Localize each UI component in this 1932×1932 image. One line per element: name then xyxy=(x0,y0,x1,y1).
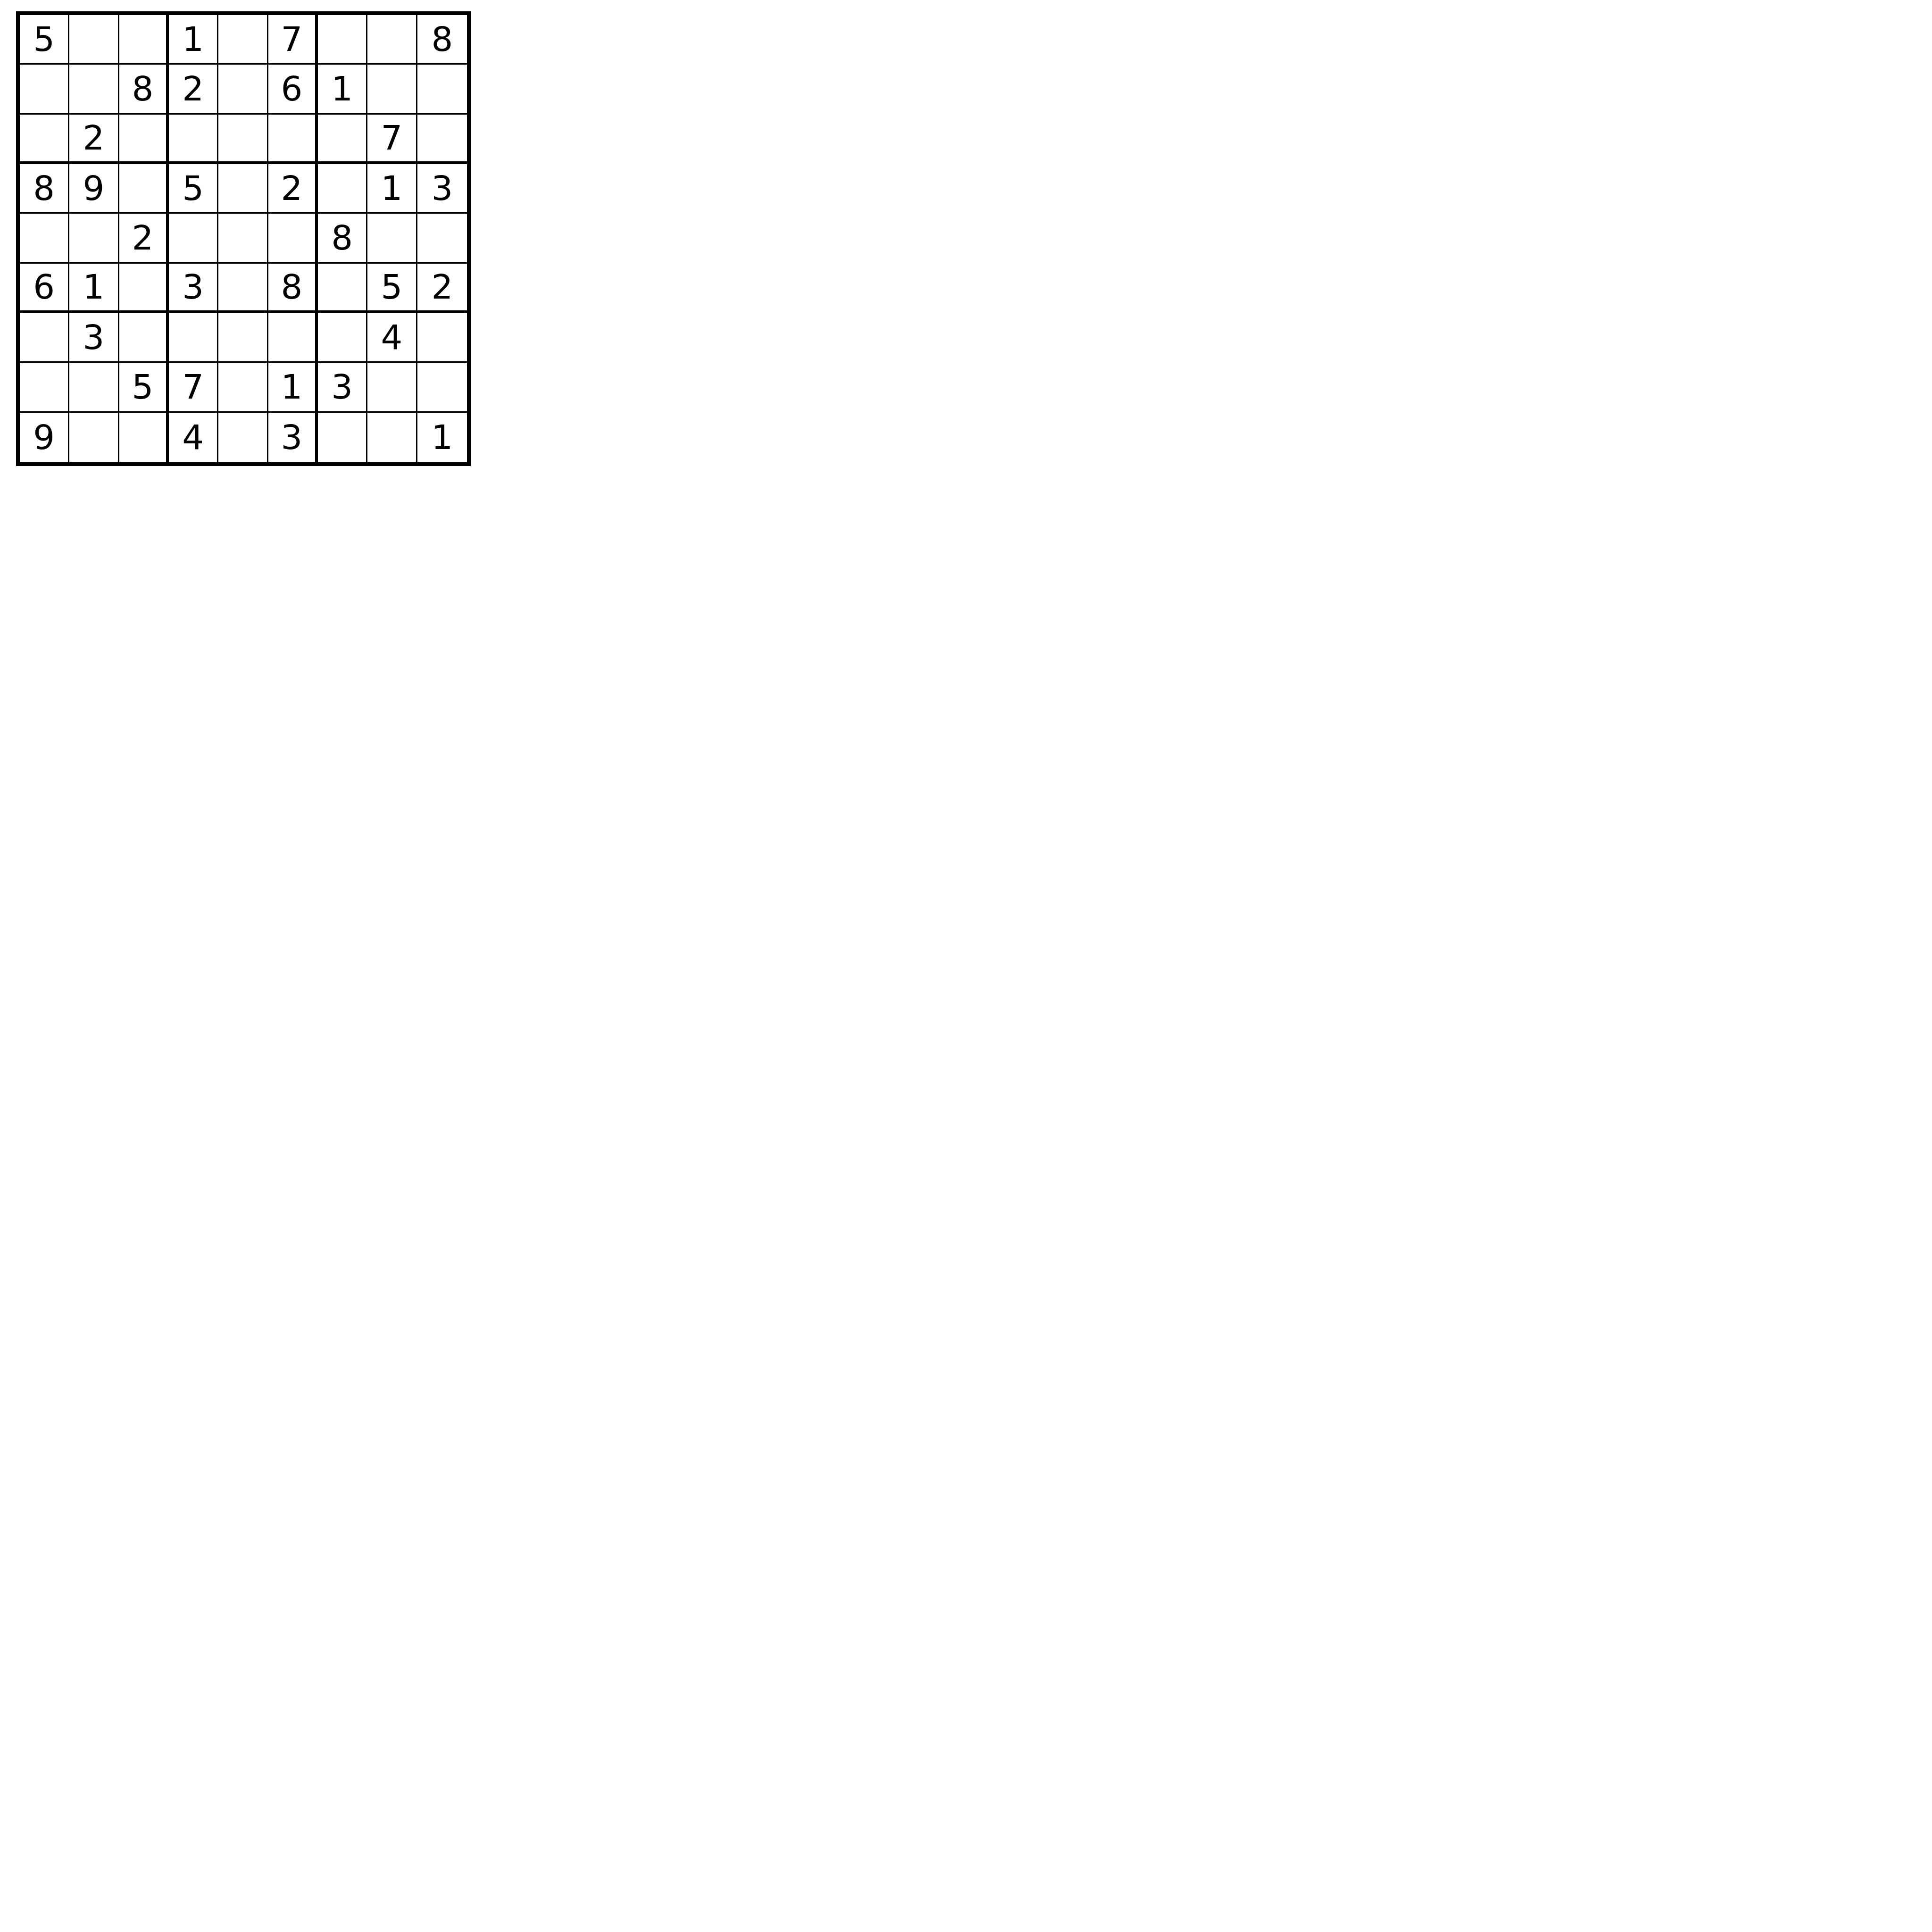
cell-r4c2: 9 xyxy=(69,164,119,214)
cell-r2c6: 6 xyxy=(268,65,318,114)
cell-r5c1[interactable] xyxy=(20,214,69,263)
cell-r2c2[interactable] xyxy=(69,65,119,114)
cell-r2c7: 1 xyxy=(318,65,367,114)
cell-r4c6: 2 xyxy=(268,164,318,214)
cell-r6c1: 6 xyxy=(20,264,69,313)
cell-r7c9[interactable] xyxy=(417,313,467,363)
cell-r5c6[interactable] xyxy=(268,214,318,263)
cell-r3c7[interactable] xyxy=(318,115,367,164)
cell-r8c6: 1 xyxy=(268,363,318,412)
cell-r3c3[interactable] xyxy=(119,115,169,164)
cell-r7c3[interactable] xyxy=(119,313,169,363)
cell-r9c7[interactable] xyxy=(318,413,367,462)
cell-r8c1[interactable] xyxy=(20,363,69,412)
cell-r9c3[interactable] xyxy=(119,413,169,462)
cell-r8c4: 7 xyxy=(169,363,218,412)
sudoku-board: 5178826127895213286138523457139431 xyxy=(16,11,471,466)
cell-r3c6[interactable] xyxy=(268,115,318,164)
cell-r4c3[interactable] xyxy=(119,164,169,214)
cell-r1c6: 7 xyxy=(268,15,318,65)
cell-r8c5[interactable] xyxy=(218,363,268,412)
cell-r7c7[interactable] xyxy=(318,313,367,363)
cell-r9c9: 1 xyxy=(417,413,467,462)
cell-r2c4: 2 xyxy=(169,65,218,114)
cell-r7c4[interactable] xyxy=(169,313,218,363)
cell-r1c3[interactable] xyxy=(119,15,169,65)
cell-r7c6[interactable] xyxy=(268,313,318,363)
cell-r8c2[interactable] xyxy=(69,363,119,412)
cell-r1c7[interactable] xyxy=(318,15,367,65)
cell-r6c3[interactable] xyxy=(119,264,169,313)
cell-r3c9[interactable] xyxy=(417,115,467,164)
cell-r1c1: 5 xyxy=(20,15,69,65)
cell-r1c8[interactable] xyxy=(367,15,417,65)
cell-r6c8: 5 xyxy=(367,264,417,313)
cell-r9c5[interactable] xyxy=(218,413,268,462)
cell-r7c8: 4 xyxy=(367,313,417,363)
cell-r9c6: 3 xyxy=(268,413,318,462)
cell-r7c2: 3 xyxy=(69,313,119,363)
cell-r3c4[interactable] xyxy=(169,115,218,164)
cell-r8c7: 3 xyxy=(318,363,367,412)
cell-r7c5[interactable] xyxy=(218,313,268,363)
cell-r5c4[interactable] xyxy=(169,214,218,263)
cell-r3c1[interactable] xyxy=(20,115,69,164)
cell-r6c5[interactable] xyxy=(218,264,268,313)
cell-r9c2[interactable] xyxy=(69,413,119,462)
cell-r3c8: 7 xyxy=(367,115,417,164)
cell-r7c1[interactable] xyxy=(20,313,69,363)
cell-r4c7[interactable] xyxy=(318,164,367,214)
cell-r6c7[interactable] xyxy=(318,264,367,313)
cell-r4c9: 3 xyxy=(417,164,467,214)
cell-r5c8[interactable] xyxy=(367,214,417,263)
cell-r5c5[interactable] xyxy=(218,214,268,263)
cell-r4c4: 5 xyxy=(169,164,218,214)
cell-r2c1[interactable] xyxy=(20,65,69,114)
cell-r6c6: 8 xyxy=(268,264,318,313)
cell-r5c9[interactable] xyxy=(417,214,467,263)
cell-r3c2: 2 xyxy=(69,115,119,164)
cell-r2c3: 8 xyxy=(119,65,169,114)
cell-r9c1: 9 xyxy=(20,413,69,462)
cell-r4c8: 1 xyxy=(367,164,417,214)
cell-r5c3: 2 xyxy=(119,214,169,263)
cell-r2c8[interactable] xyxy=(367,65,417,114)
cell-r1c4: 1 xyxy=(169,15,218,65)
cell-r2c9[interactable] xyxy=(417,65,467,114)
cell-r9c4: 4 xyxy=(169,413,218,462)
cell-r5c2[interactable] xyxy=(69,214,119,263)
cell-r6c9: 2 xyxy=(417,264,467,313)
cell-r2c5[interactable] xyxy=(218,65,268,114)
cell-r6c4: 3 xyxy=(169,264,218,313)
cell-r4c5[interactable] xyxy=(218,164,268,214)
cell-r4c1: 8 xyxy=(20,164,69,214)
cell-r6c2: 1 xyxy=(69,264,119,313)
cell-r9c8[interactable] xyxy=(367,413,417,462)
cell-r8c9[interactable] xyxy=(417,363,467,412)
page-background: 5178826127895213286138523457139431 xyxy=(0,0,483,483)
cell-r1c5[interactable] xyxy=(218,15,268,65)
cell-r8c3: 5 xyxy=(119,363,169,412)
cell-r8c8[interactable] xyxy=(367,363,417,412)
cell-r3c5[interactable] xyxy=(218,115,268,164)
cell-r5c7: 8 xyxy=(318,214,367,263)
cell-r1c9: 8 xyxy=(417,15,467,65)
cell-r1c2[interactable] xyxy=(69,15,119,65)
